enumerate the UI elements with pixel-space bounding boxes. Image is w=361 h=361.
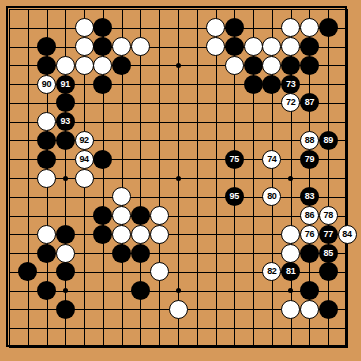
stone-white[interactable]: [75, 37, 94, 56]
star-point: [288, 176, 293, 181]
stone-black[interactable]: 79: [300, 150, 319, 169]
stone-black[interactable]: [225, 18, 244, 37]
move-number-label: 74: [267, 155, 276, 164]
move-number-label: 87: [305, 98, 314, 107]
stone-white[interactable]: [281, 225, 300, 244]
stone-white[interactable]: [56, 244, 75, 263]
stone-black[interactable]: [112, 244, 131, 263]
stone-black[interactable]: [300, 244, 319, 263]
stone-white[interactable]: [244, 37, 263, 56]
stone-black[interactable]: [319, 262, 338, 281]
star-point: [63, 288, 68, 293]
move-number-label: 75: [230, 155, 239, 164]
stone-white[interactable]: [169, 300, 188, 319]
stone-black[interactable]: [262, 75, 281, 94]
move-number-label: 85: [324, 249, 333, 258]
stone-black[interactable]: [300, 56, 319, 75]
stone-white[interactable]: [75, 56, 94, 75]
stone-white[interactable]: 88: [300, 131, 319, 150]
star-point: [176, 288, 181, 293]
grid-line: [9, 216, 348, 217]
stone-black[interactable]: [56, 300, 75, 319]
grid-line: [216, 9, 217, 348]
grid-line: [328, 9, 329, 348]
stone-white[interactable]: 92: [75, 131, 94, 150]
stone-black[interactable]: [93, 75, 112, 94]
stone-white[interactable]: [206, 37, 225, 56]
stone-black[interactable]: 77: [319, 225, 338, 244]
stone-black[interactable]: [56, 131, 75, 150]
stone-white[interactable]: 84: [338, 225, 357, 244]
move-number-label: 91: [61, 80, 70, 89]
move-number-label: 92: [79, 136, 88, 145]
stone-white[interactable]: [281, 244, 300, 263]
move-number-label: 81: [286, 267, 295, 276]
move-number-label: 93: [61, 117, 70, 126]
move-number-label: 78: [324, 211, 333, 220]
star-point: [176, 63, 181, 68]
stone-white[interactable]: 76: [300, 225, 319, 244]
stone-white[interactable]: 78: [319, 206, 338, 225]
stone-black[interactable]: [281, 56, 300, 75]
grid-line: [9, 328, 348, 329]
stone-black[interactable]: 93: [56, 112, 75, 131]
move-number-label: 77: [324, 230, 333, 239]
stone-black[interactable]: 73: [281, 75, 300, 94]
stone-black[interactable]: [93, 150, 112, 169]
stone-white[interactable]: [150, 225, 169, 244]
move-number-label: 89: [324, 136, 333, 145]
move-number-label: 88: [305, 136, 314, 145]
stone-white[interactable]: [225, 56, 244, 75]
stone-black[interactable]: 85: [319, 244, 338, 263]
grid-line: [347, 9, 348, 348]
move-number-label: 73: [286, 80, 295, 89]
stone-black[interactable]: [37, 150, 56, 169]
stone-black[interactable]: [131, 244, 150, 263]
stone-white[interactable]: [281, 300, 300, 319]
move-number-label: 76: [305, 230, 314, 239]
grid-line: [9, 197, 348, 198]
go-board[interactable]: 9091737287939288899475747995808386787677…: [0, 0, 361, 361]
stone-white[interactable]: [150, 206, 169, 225]
stone-black[interactable]: [37, 131, 56, 150]
stone-white[interactable]: [75, 169, 94, 188]
stone-white[interactable]: 94: [75, 150, 94, 169]
stone-black[interactable]: [225, 37, 244, 56]
stone-black[interactable]: [319, 18, 338, 37]
move-number-label: 80: [267, 192, 276, 201]
move-number-label: 94: [79, 155, 88, 164]
stone-white[interactable]: [300, 300, 319, 319]
move-number-label: 84: [342, 230, 351, 239]
stone-white[interactable]: 74: [262, 150, 281, 169]
stone-black[interactable]: [112, 56, 131, 75]
stone-black[interactable]: 89: [319, 131, 338, 150]
stone-black[interactable]: [300, 37, 319, 56]
stone-black[interactable]: [37, 244, 56, 263]
grid-line: [9, 347, 348, 348]
stone-white[interactable]: 86: [300, 206, 319, 225]
star-point: [176, 176, 181, 181]
move-number-label: 83: [305, 192, 314, 201]
move-number-label: 79: [305, 155, 314, 164]
stone-black[interactable]: [131, 281, 150, 300]
move-number-label: 82: [267, 267, 276, 276]
move-number-label: 90: [42, 80, 51, 89]
stone-black[interactable]: 95: [225, 187, 244, 206]
stone-black[interactable]: [300, 281, 319, 300]
stone-white[interactable]: [150, 262, 169, 281]
stone-white[interactable]: [131, 225, 150, 244]
stone-white[interactable]: [131, 37, 150, 56]
star-point: [63, 176, 68, 181]
stone-black[interactable]: [244, 56, 263, 75]
stone-white[interactable]: [112, 225, 131, 244]
stone-black[interactable]: 91: [56, 75, 75, 94]
stone-black[interactable]: [37, 37, 56, 56]
stone-white[interactable]: 90: [37, 75, 56, 94]
move-number-label: 72: [286, 98, 295, 107]
move-number-label: 95: [230, 192, 239, 201]
stone-black[interactable]: 75: [225, 150, 244, 169]
stone-white[interactable]: [37, 225, 56, 244]
stone-white[interactable]: [75, 18, 94, 37]
stone-white[interactable]: [56, 56, 75, 75]
stone-black[interactable]: [56, 225, 75, 244]
stone-black[interactable]: [244, 75, 263, 94]
stone-black[interactable]: [319, 300, 338, 319]
stone-white[interactable]: [37, 169, 56, 188]
stone-black[interactable]: [37, 56, 56, 75]
grid-line: [197, 9, 198, 348]
move-number-label: 86: [305, 211, 314, 220]
stone-black[interactable]: [131, 206, 150, 225]
